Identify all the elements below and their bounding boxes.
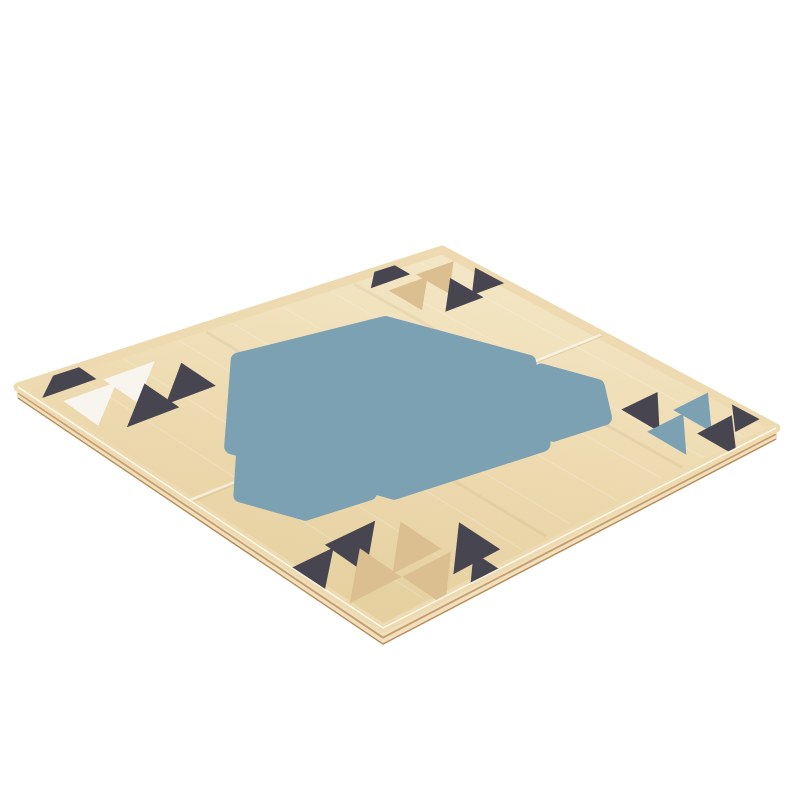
chinese-checkers-board bbox=[0, 0, 800, 800]
product-photo bbox=[0, 0, 800, 800]
right-point-field bbox=[541, 371, 604, 434]
